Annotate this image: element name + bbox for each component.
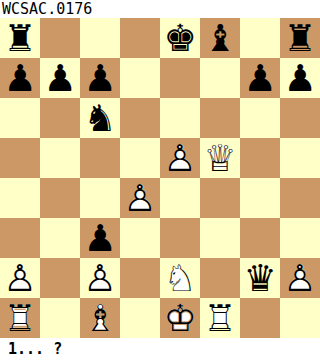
black-pawn[interactable]: ♟ bbox=[280, 58, 320, 98]
square-c2[interactable]: ♟♙ bbox=[80, 258, 120, 298]
piece-glyph: ♜ bbox=[280, 18, 320, 58]
black-bishop[interactable]: ♝ bbox=[200, 18, 240, 58]
white-pawn[interactable]: ♟♙ bbox=[160, 138, 200, 178]
square-d3[interactable] bbox=[120, 218, 160, 258]
square-a1[interactable]: ♜♖ bbox=[0, 298, 40, 338]
square-a5[interactable] bbox=[0, 138, 40, 178]
move-prompt: 1... ? bbox=[0, 338, 320, 360]
square-d5[interactable] bbox=[120, 138, 160, 178]
square-g3[interactable] bbox=[240, 218, 280, 258]
white-pawn[interactable]: ♟♙ bbox=[120, 178, 160, 218]
square-a3[interactable] bbox=[0, 218, 40, 258]
square-b1[interactable] bbox=[40, 298, 80, 338]
white-rook[interactable]: ♜♖ bbox=[200, 298, 240, 338]
square-b8[interactable] bbox=[40, 18, 80, 58]
square-g5[interactable] bbox=[240, 138, 280, 178]
black-pawn[interactable]: ♟ bbox=[80, 58, 120, 98]
square-b3[interactable] bbox=[40, 218, 80, 258]
piece-glyph: ♟ bbox=[0, 58, 40, 98]
square-c3[interactable]: ♟ bbox=[80, 218, 120, 258]
black-rook[interactable]: ♜ bbox=[0, 18, 40, 58]
white-king[interactable]: ♚♔ bbox=[160, 298, 200, 338]
square-e4[interactable] bbox=[160, 178, 200, 218]
piece-glyph: ♟ bbox=[80, 58, 120, 98]
black-pawn[interactable]: ♟ bbox=[0, 58, 40, 98]
black-knight[interactable]: ♞ bbox=[80, 98, 120, 138]
square-c5[interactable] bbox=[80, 138, 120, 178]
square-h7[interactable]: ♟ bbox=[280, 58, 320, 98]
piece-glyph: ♚ bbox=[160, 18, 200, 58]
square-a4[interactable] bbox=[0, 178, 40, 218]
puzzle-title: WCSAC.0176 bbox=[0, 0, 320, 18]
piece-glyph: ♞ bbox=[80, 98, 120, 138]
square-d4[interactable]: ♟♙ bbox=[120, 178, 160, 218]
square-f8[interactable]: ♝ bbox=[200, 18, 240, 58]
white-pawn[interactable]: ♟♙ bbox=[280, 258, 320, 298]
white-queen[interactable]: ♛♕ bbox=[200, 138, 240, 178]
square-b2[interactable] bbox=[40, 258, 80, 298]
square-h1[interactable] bbox=[280, 298, 320, 338]
piece-glyph: ♝ bbox=[200, 18, 240, 58]
chess-puzzle-window: WCSAC.0176 ♜♚♝♜♟♟♟♟♟♞♟♙♛♕♟♙♟♟♙♟♙♞♘♛♟♙♜♖♝… bbox=[0, 0, 320, 360]
square-h3[interactable] bbox=[280, 218, 320, 258]
square-e7[interactable] bbox=[160, 58, 200, 98]
square-c7[interactable]: ♟ bbox=[80, 58, 120, 98]
square-f4[interactable] bbox=[200, 178, 240, 218]
square-d2[interactable] bbox=[120, 258, 160, 298]
square-c6[interactable]: ♞ bbox=[80, 98, 120, 138]
piece-outline: ♗ bbox=[80, 298, 120, 338]
square-a2[interactable]: ♟♙ bbox=[0, 258, 40, 298]
piece-outline: ♙ bbox=[160, 138, 200, 178]
black-king[interactable]: ♚ bbox=[160, 18, 200, 58]
white-pawn[interactable]: ♟♙ bbox=[0, 258, 40, 298]
square-f7[interactable] bbox=[200, 58, 240, 98]
piece-outline: ♙ bbox=[80, 258, 120, 298]
square-a6[interactable] bbox=[0, 98, 40, 138]
square-h6[interactable] bbox=[280, 98, 320, 138]
piece-outline: ♙ bbox=[120, 178, 160, 218]
white-pawn[interactable]: ♟♙ bbox=[80, 258, 120, 298]
square-b7[interactable]: ♟ bbox=[40, 58, 80, 98]
piece-glyph: ♟ bbox=[40, 58, 80, 98]
square-g2[interactable]: ♛ bbox=[240, 258, 280, 298]
white-knight[interactable]: ♞♘ bbox=[160, 258, 200, 298]
square-f5[interactable]: ♛♕ bbox=[200, 138, 240, 178]
square-g1[interactable] bbox=[240, 298, 280, 338]
black-queen[interactable]: ♛ bbox=[240, 258, 280, 298]
piece-outline: ♔ bbox=[160, 298, 200, 338]
square-c8[interactable] bbox=[80, 18, 120, 58]
square-f3[interactable] bbox=[200, 218, 240, 258]
square-g8[interactable] bbox=[240, 18, 280, 58]
square-b5[interactable] bbox=[40, 138, 80, 178]
square-d1[interactable] bbox=[120, 298, 160, 338]
square-a8[interactable]: ♜ bbox=[0, 18, 40, 58]
square-h5[interactable] bbox=[280, 138, 320, 178]
square-d6[interactable] bbox=[120, 98, 160, 138]
black-pawn[interactable]: ♟ bbox=[80, 218, 120, 258]
square-g6[interactable] bbox=[240, 98, 280, 138]
square-f6[interactable] bbox=[200, 98, 240, 138]
piece-glyph: ♟ bbox=[280, 58, 320, 98]
piece-glyph: ♟ bbox=[80, 218, 120, 258]
square-d8[interactable] bbox=[120, 18, 160, 58]
white-bishop[interactable]: ♝♗ bbox=[80, 298, 120, 338]
square-e8[interactable]: ♚ bbox=[160, 18, 200, 58]
piece-outline: ♙ bbox=[280, 258, 320, 298]
square-d7[interactable] bbox=[120, 58, 160, 98]
piece-glyph: ♛ bbox=[240, 258, 280, 298]
black-rook[interactable]: ♜ bbox=[280, 18, 320, 58]
black-pawn[interactable]: ♟ bbox=[40, 58, 80, 98]
square-e3[interactable] bbox=[160, 218, 200, 258]
square-g4[interactable] bbox=[240, 178, 280, 218]
square-h4[interactable] bbox=[280, 178, 320, 218]
square-g7[interactable]: ♟ bbox=[240, 58, 280, 98]
square-e2[interactable]: ♞♘ bbox=[160, 258, 200, 298]
square-e6[interactable] bbox=[160, 98, 200, 138]
square-b4[interactable] bbox=[40, 178, 80, 218]
piece-outline: ♖ bbox=[200, 298, 240, 338]
square-h8[interactable]: ♜ bbox=[280, 18, 320, 58]
square-c4[interactable] bbox=[80, 178, 120, 218]
piece-outline: ♖ bbox=[0, 298, 40, 338]
square-f1[interactable]: ♜♖ bbox=[200, 298, 240, 338]
square-f2[interactable] bbox=[200, 258, 240, 298]
piece-glyph: ♟ bbox=[240, 58, 280, 98]
piece-outline: ♘ bbox=[160, 258, 200, 298]
square-e5[interactable]: ♟♙ bbox=[160, 138, 200, 178]
square-e1[interactable]: ♚♔ bbox=[160, 298, 200, 338]
piece-glyph: ♜ bbox=[0, 18, 40, 58]
square-b6[interactable] bbox=[40, 98, 80, 138]
square-c1[interactable]: ♝♗ bbox=[80, 298, 120, 338]
black-pawn[interactable]: ♟ bbox=[240, 58, 280, 98]
white-rook[interactable]: ♜♖ bbox=[0, 298, 40, 338]
piece-outline: ♙ bbox=[0, 258, 40, 298]
square-h2[interactable]: ♟♙ bbox=[280, 258, 320, 298]
chess-board[interactable]: ♜♚♝♜♟♟♟♟♟♞♟♙♛♕♟♙♟♟♙♟♙♞♘♛♟♙♜♖♝♗♚♔♜♖ bbox=[0, 18, 320, 338]
piece-outline: ♕ bbox=[200, 138, 240, 178]
square-a7[interactable]: ♟ bbox=[0, 58, 40, 98]
